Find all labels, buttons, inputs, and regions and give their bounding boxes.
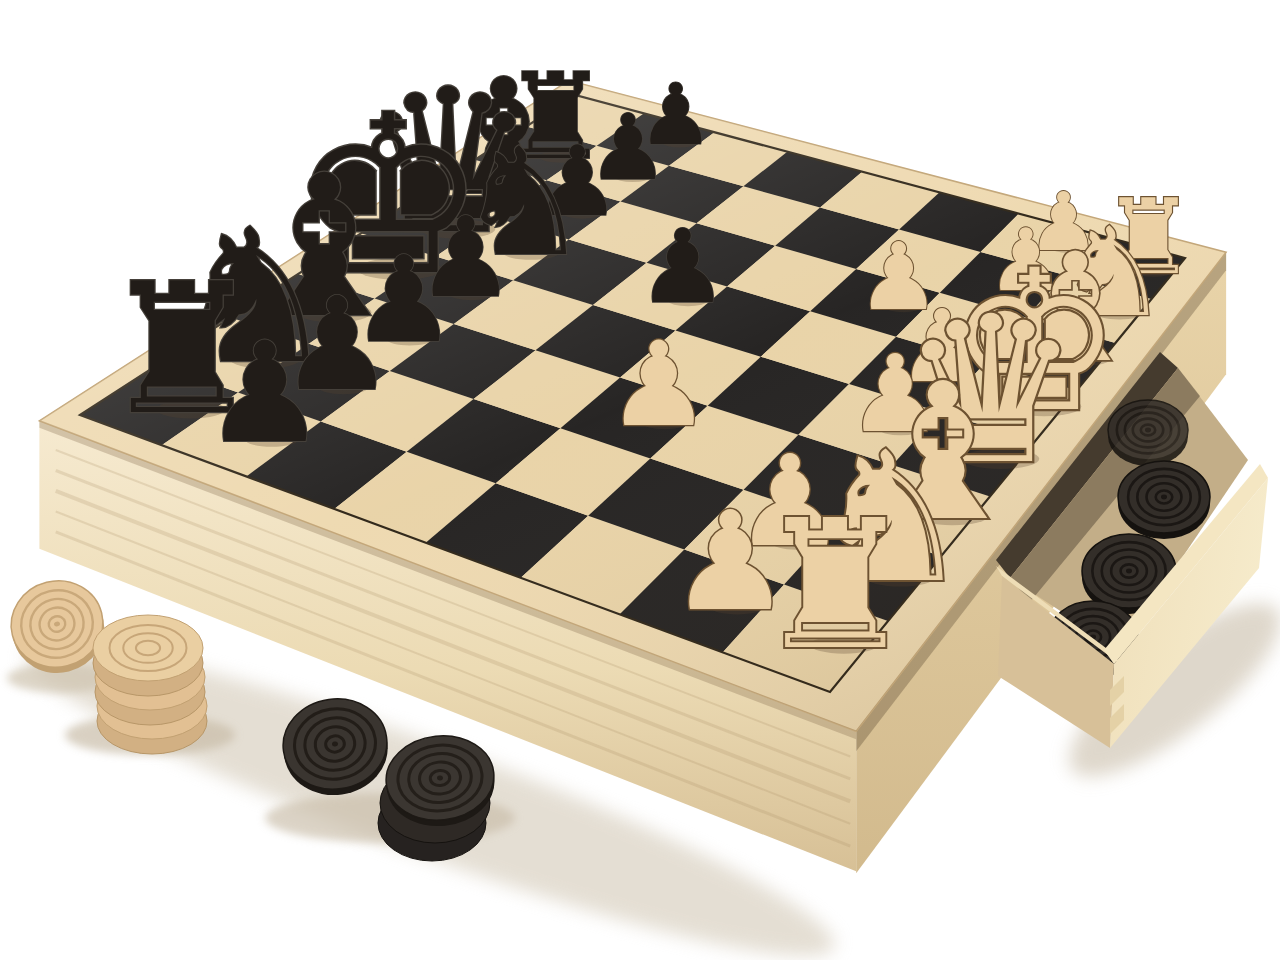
chess-set-photo: ♟♜♟♝♟♛♟♞♚♜♟♟♟♟♝♞♟♝♞♟♟♚♜♟♟♟♛♝♟♞♟♜ xyxy=(0,0,1280,960)
black-pawn-e5: ♟ xyxy=(637,207,728,326)
black-pawn-a7: ♟ xyxy=(203,312,328,474)
piece-glyph: ♟ xyxy=(203,312,328,474)
white-rook-a1: ♜ xyxy=(755,482,915,689)
piece-glyph: ♟ xyxy=(606,316,711,453)
piece-glyph: ♜ xyxy=(755,482,915,689)
piece-glyph: ♟ xyxy=(637,207,728,326)
white-pawn-c4: ♟ xyxy=(606,316,711,453)
drawer-black-checker-2 xyxy=(1118,461,1210,539)
floor-light-checker-stack xyxy=(93,615,207,754)
product-photo-scene: Product photo of a wooden chess and chec… xyxy=(0,0,1280,960)
